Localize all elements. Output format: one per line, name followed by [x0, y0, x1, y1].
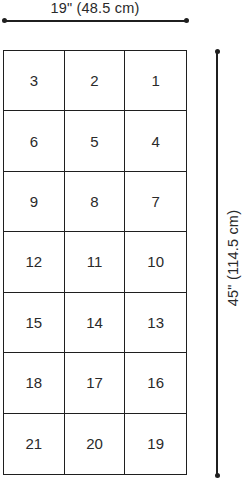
grid-cell: 2 [65, 51, 126, 111]
grid-cell: 8 [65, 172, 126, 232]
grid-cell: 11 [65, 232, 126, 292]
height-dimension-label: 45" (114.5 cm) [225, 210, 241, 306]
grid-cell: 12 [4, 232, 65, 292]
grid-cell: 5 [65, 111, 126, 171]
grid-cell: 1 [125, 51, 186, 111]
grid-cell: 16 [125, 353, 186, 413]
height-dimension-line [216, 51, 218, 476]
grid-cell: 21 [4, 414, 65, 474]
grid-cell: 7 [125, 172, 186, 232]
grid-cell: 19 [125, 414, 186, 474]
width-dimension-label: 19" (48.5 cm) [4, 0, 186, 16]
grid-cell: 3 [4, 51, 65, 111]
width-dimension-line [4, 20, 186, 22]
dimension-endpoint-dot [215, 49, 220, 54]
grid-cell: 9 [4, 172, 65, 232]
grid-cell: 14 [65, 293, 126, 353]
grid-cell: 10 [125, 232, 186, 292]
dimension-endpoint-dot [2, 18, 7, 23]
grid-cell: 18 [4, 353, 65, 413]
dimension-endpoint-dot [215, 473, 220, 478]
grid-cell: 20 [65, 414, 126, 474]
grid-cell: 17 [65, 353, 126, 413]
layout-diagram: 19" (48.5 cm) 3 2 1 6 5 4 9 8 7 12 11 10… [0, 0, 243, 483]
grid-cell: 6 [4, 111, 65, 171]
numbered-grid: 3 2 1 6 5 4 9 8 7 12 11 10 15 14 13 18 1… [3, 50, 187, 475]
grid-cell: 13 [125, 293, 186, 353]
dimension-endpoint-dot [184, 18, 189, 23]
grid-cell: 15 [4, 293, 65, 353]
grid-cell: 4 [125, 111, 186, 171]
